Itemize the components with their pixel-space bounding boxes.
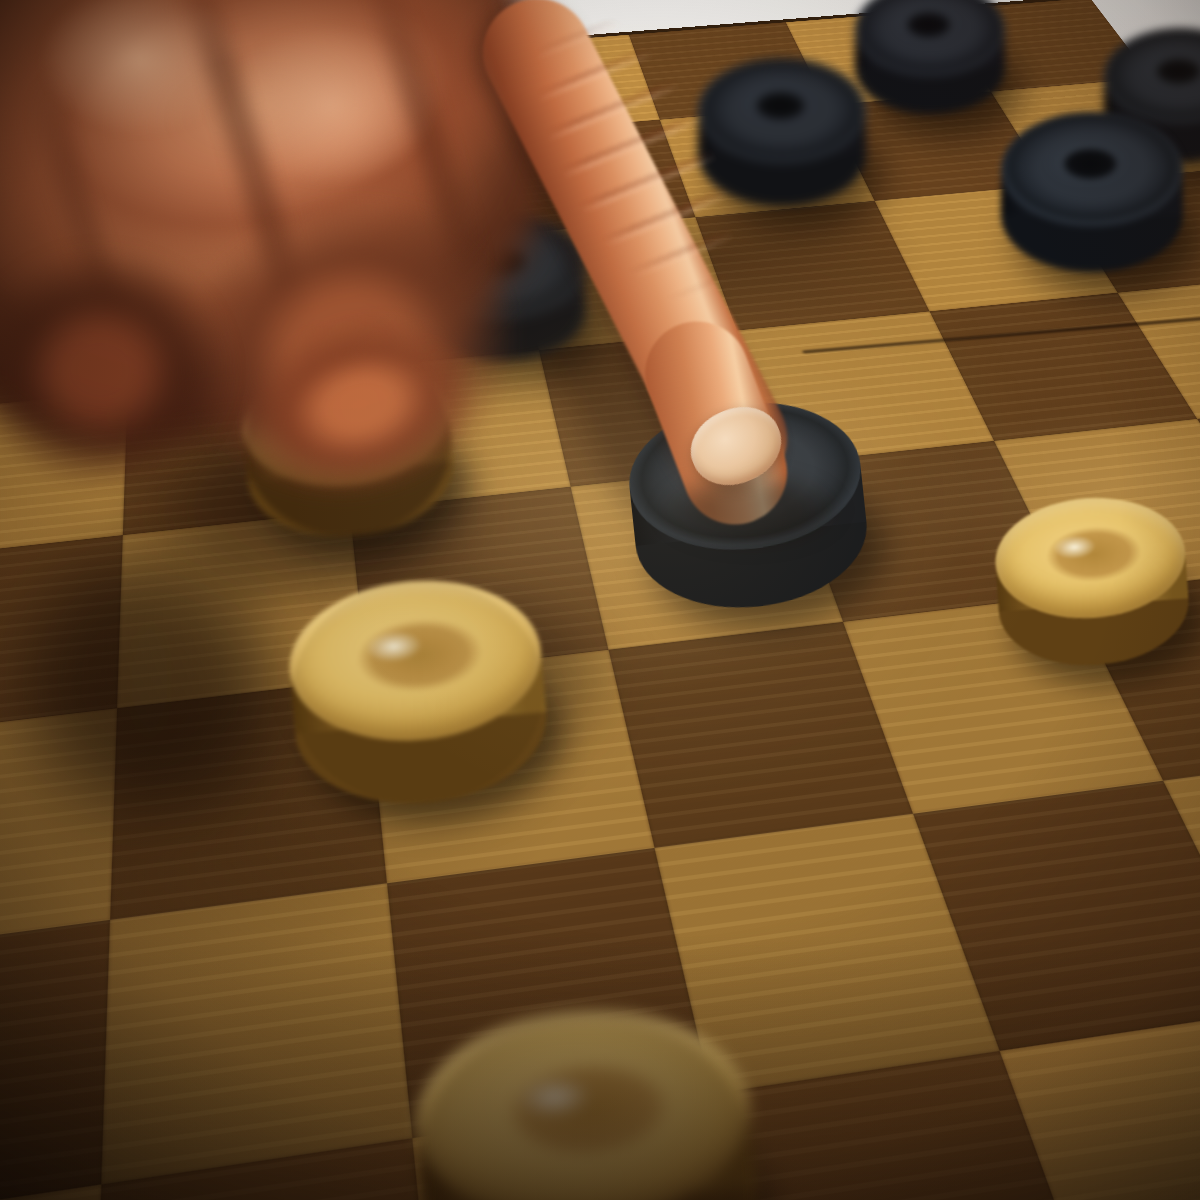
pieces-layer (0, 0, 1200, 1200)
cream-1-checker[interactable] (236, 345, 460, 547)
cream-4-checker[interactable] (408, 999, 763, 1200)
checker-top (698, 58, 866, 164)
scene (0, 0, 1200, 1200)
black-3-checker[interactable] (698, 58, 866, 206)
cream-2-checker[interactable] (991, 492, 1192, 672)
checker-top (408, 999, 757, 1200)
black-6-checker[interactable] (622, 391, 874, 618)
black-4-checker[interactable] (1001, 112, 1183, 272)
checker-top (418, 213, 586, 319)
checker-top (1001, 112, 1183, 227)
black-1-checker[interactable] (855, 0, 1005, 114)
cream-3-checker[interactable] (283, 571, 553, 814)
black-5-checker[interactable] (418, 213, 586, 361)
